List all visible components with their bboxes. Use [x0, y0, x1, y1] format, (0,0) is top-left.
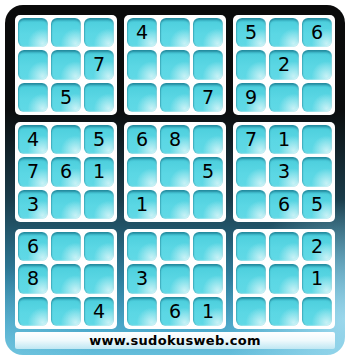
given-digit: 8 — [27, 269, 39, 288]
cell-r3c9[interactable] — [302, 83, 332, 112]
cell-r5c8: 3 — [269, 157, 299, 186]
cell-r7c9: 2 — [302, 232, 332, 261]
cell-r1c7: 5 — [236, 18, 266, 47]
board-frame: 7547562945761368517136568436121 www.sudo… — [5, 5, 345, 355]
given-digit: 3 — [278, 162, 290, 181]
given-digit: 3 — [136, 269, 148, 288]
box-6: 71365 — [233, 122, 335, 222]
given-digit: 8 — [169, 130, 181, 149]
cell-r1c8[interactable] — [269, 18, 299, 47]
cell-r8c8[interactable] — [269, 264, 299, 293]
given-digit: 5 — [202, 162, 214, 181]
cell-r4c1: 4 — [18, 125, 48, 154]
given-digit: 5 — [311, 195, 323, 214]
given-digit: 6 — [278, 195, 290, 214]
box-8: 361 — [124, 229, 226, 329]
cell-r9c7[interactable] — [236, 297, 266, 326]
cell-r9c8[interactable] — [269, 297, 299, 326]
cell-r9c1[interactable] — [18, 297, 48, 326]
cell-r7c6[interactable] — [193, 232, 223, 261]
given-digit: 4 — [27, 130, 39, 149]
cell-r7c2[interactable] — [51, 232, 81, 261]
site-url[interactable]: www.sudokusweb.com — [89, 333, 261, 348]
cell-r4c9[interactable] — [302, 125, 332, 154]
cell-r1c6[interactable] — [193, 18, 223, 47]
given-digit: 2 — [311, 237, 323, 256]
given-digit: 6 — [136, 130, 148, 149]
cell-r2c8: 2 — [269, 50, 299, 79]
given-digit: 7 — [202, 88, 214, 107]
cell-r5c7[interactable] — [236, 157, 266, 186]
given-digit: 1 — [93, 162, 105, 181]
cell-r2c9[interactable] — [302, 50, 332, 79]
box-7: 684 — [15, 229, 117, 329]
cell-r8c3[interactable] — [84, 264, 114, 293]
cell-r2c1[interactable] — [18, 50, 48, 79]
given-digit: 6 — [60, 162, 72, 181]
cell-r6c2[interactable] — [51, 190, 81, 219]
box-3: 5629 — [233, 15, 335, 115]
given-digit: 1 — [278, 130, 290, 149]
cell-r7c7[interactable] — [236, 232, 266, 261]
cell-r3c3[interactable] — [84, 83, 114, 112]
cell-r8c1: 8 — [18, 264, 48, 293]
cell-r4c4: 6 — [127, 125, 157, 154]
given-digit: 4 — [136, 23, 148, 42]
cell-r8c4: 3 — [127, 264, 157, 293]
given-digit: 5 — [93, 130, 105, 149]
cell-r5c9[interactable] — [302, 157, 332, 186]
cell-r8c2[interactable] — [51, 264, 81, 293]
sudoku-board: 7547562945761368517136568436121 — [15, 15, 335, 329]
cell-r9c3: 4 — [84, 297, 114, 326]
cell-r1c3[interactable] — [84, 18, 114, 47]
given-digit: 4 — [93, 302, 105, 321]
cell-r7c1: 6 — [18, 232, 48, 261]
cell-r2c6[interactable] — [193, 50, 223, 79]
cell-r2c2[interactable] — [51, 50, 81, 79]
cell-r1c1[interactable] — [18, 18, 48, 47]
cell-r8c9: 1 — [302, 264, 332, 293]
given-digit: 5 — [60, 88, 72, 107]
cell-r6c5[interactable] — [160, 190, 190, 219]
given-digit: 9 — [245, 88, 257, 107]
cell-r3c8[interactable] — [269, 83, 299, 112]
cell-r3c1[interactable] — [18, 83, 48, 112]
cell-r5c2: 6 — [51, 157, 81, 186]
box-9: 21 — [233, 229, 335, 329]
given-digit: 6 — [311, 23, 323, 42]
cell-r5c3: 1 — [84, 157, 114, 186]
cell-r3c6: 7 — [193, 83, 223, 112]
cell-r9c9[interactable] — [302, 297, 332, 326]
cell-r3c4[interactable] — [127, 83, 157, 112]
cell-r1c4: 4 — [127, 18, 157, 47]
given-digit: 3 — [27, 195, 39, 214]
cell-r8c6[interactable] — [193, 264, 223, 293]
cell-r1c2[interactable] — [51, 18, 81, 47]
box-4: 457613 — [15, 122, 117, 222]
cell-r2c7[interactable] — [236, 50, 266, 79]
cell-r6c1: 3 — [18, 190, 48, 219]
cell-r5c4[interactable] — [127, 157, 157, 186]
cell-r8c5[interactable] — [160, 264, 190, 293]
given-digit: 5 — [245, 23, 257, 42]
cell-r8c7[interactable] — [236, 264, 266, 293]
cell-r2c3: 7 — [84, 50, 114, 79]
given-digit: 1 — [202, 302, 214, 321]
given-digit: 1 — [136, 195, 148, 214]
cell-r3c2: 5 — [51, 83, 81, 112]
given-digit: 6 — [27, 237, 39, 256]
cell-r4c3: 5 — [84, 125, 114, 154]
cell-r2c5[interactable] — [160, 50, 190, 79]
cell-r3c5[interactable] — [160, 83, 190, 112]
cell-r6c8: 6 — [269, 190, 299, 219]
cell-r7c3[interactable] — [84, 232, 114, 261]
given-digit: 7 — [245, 130, 257, 149]
cell-r7c5[interactable] — [160, 232, 190, 261]
given-digit: 2 — [278, 55, 290, 74]
cell-r6c7[interactable] — [236, 190, 266, 219]
cell-r4c5: 8 — [160, 125, 190, 154]
cell-r4c2[interactable] — [51, 125, 81, 154]
cell-r1c5[interactable] — [160, 18, 190, 47]
cell-r9c2[interactable] — [51, 297, 81, 326]
given-digit: 1 — [311, 269, 323, 288]
cell-r5c1: 7 — [18, 157, 48, 186]
cell-r5c6: 5 — [193, 157, 223, 186]
cell-r6c4: 1 — [127, 190, 157, 219]
box-5: 6851 — [124, 122, 226, 222]
cell-r6c6[interactable] — [193, 190, 223, 219]
cell-r5c5[interactable] — [160, 157, 190, 186]
cell-r9c5: 6 — [160, 297, 190, 326]
cell-r4c8: 1 — [269, 125, 299, 154]
cell-r3c7: 9 — [236, 83, 266, 112]
cell-r7c8[interactable] — [269, 232, 299, 261]
cell-r4c7: 7 — [236, 125, 266, 154]
cell-r4c6[interactable] — [193, 125, 223, 154]
cell-r7c4[interactable] — [127, 232, 157, 261]
cell-r1c9: 6 — [302, 18, 332, 47]
given-digit: 6 — [169, 302, 181, 321]
given-digit: 7 — [93, 55, 105, 74]
footer-bar: www.sudokusweb.com — [15, 332, 335, 349]
cell-r2c4[interactable] — [127, 50, 157, 79]
cell-r6c3[interactable] — [84, 190, 114, 219]
cell-r9c6: 1 — [193, 297, 223, 326]
cell-r6c9: 5 — [302, 190, 332, 219]
given-digit: 7 — [27, 162, 39, 181]
box-2: 47 — [124, 15, 226, 115]
cell-r9c4[interactable] — [127, 297, 157, 326]
box-1: 75 — [15, 15, 117, 115]
